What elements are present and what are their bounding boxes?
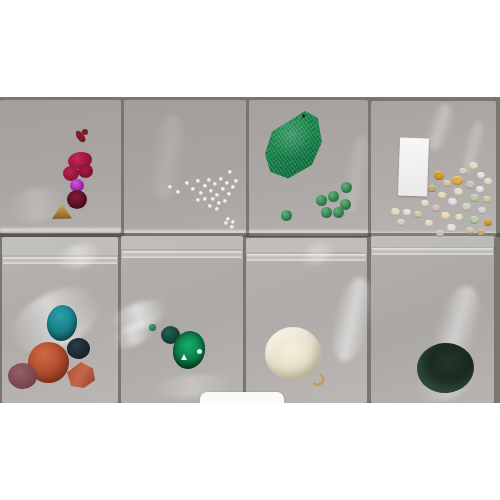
diamond-chip (213, 182, 217, 186)
opal-chip (425, 220, 433, 227)
jade-bead (316, 195, 327, 206)
diamond-chip (211, 197, 215, 201)
diamond-chip (209, 189, 213, 193)
diamond-chip (215, 193, 219, 197)
diamond-chip (231, 185, 235, 189)
opal-chip (484, 219, 492, 226)
diamond-chip (196, 198, 200, 202)
ruby-round-right (78, 164, 93, 178)
opal-chip (436, 230, 444, 237)
opal-chip (447, 224, 456, 232)
opal-chip (391, 208, 400, 216)
diamond-chip (207, 178, 211, 182)
opal-chip (466, 227, 474, 234)
opal-chip (448, 198, 457, 206)
jade-bead (321, 207, 332, 218)
opal-chip (462, 203, 471, 211)
opal-chip (414, 211, 422, 218)
jade-bead (333, 207, 344, 218)
page-background: { "scene": { "description": "Overhead ph… (0, 0, 500, 500)
opal-chip (466, 181, 475, 189)
opal-chip (459, 168, 467, 175)
opal-chip (421, 200, 429, 207)
diamond-chip (234, 179, 238, 183)
opal-chip (455, 214, 463, 221)
diamond-chip (225, 181, 229, 185)
ruby-rough-tip (82, 129, 88, 135)
opal-chip (478, 207, 486, 214)
bag6-zip-seal (122, 251, 242, 258)
diamond-chip (223, 199, 227, 203)
bag1-bottom-edge-highlight (0, 228, 121, 232)
bag-diamonds (124, 100, 246, 236)
jade-bead (341, 182, 352, 193)
bag8-zip-seal (372, 248, 493, 255)
opal-chip (443, 180, 451, 187)
opal-chip (470, 194, 479, 202)
emerald-facet-sparkle (197, 349, 202, 354)
paper-label (398, 138, 429, 197)
diamond-chip (215, 207, 219, 211)
moonstone-cabochon (265, 327, 321, 380)
opal-chip (477, 172, 485, 179)
opal-chip (438, 192, 446, 199)
diamond-chip (228, 170, 232, 174)
opal-chip (477, 229, 485, 236)
opal-chip (476, 186, 484, 193)
diamond-chip (203, 184, 207, 188)
opal-chip (434, 171, 444, 180)
opal-chip (470, 216, 479, 224)
diamond-chip (230, 225, 234, 229)
garnet-round (67, 190, 87, 209)
diamond-chip (221, 187, 225, 191)
bag6-flap-highlight (121, 236, 243, 249)
pendant-drill-hole (302, 114, 305, 118)
opal-chip (483, 196, 491, 203)
photo (0, 97, 500, 403)
opal-chip (452, 176, 463, 185)
jade-bead (281, 210, 292, 221)
diamond-chip (185, 181, 189, 185)
diamond-chip (176, 190, 180, 194)
opal-chip (484, 178, 492, 185)
opal-chip (428, 185, 436, 192)
bag8-flap-highlight (371, 236, 494, 247)
diamond-chip (196, 179, 200, 183)
diamond-chip (208, 204, 212, 208)
diamond-chip (217, 201, 221, 205)
diamond-chip (191, 187, 195, 191)
white-tag (200, 392, 284, 403)
diamond-chip (203, 197, 207, 201)
opal-chip (454, 188, 463, 196)
diamond-chip (168, 185, 172, 189)
diamond-chip (231, 220, 235, 224)
jade-bead (328, 191, 339, 202)
opal-chip (403, 209, 411, 216)
opal-chip (397, 219, 405, 226)
diamond-chip (219, 177, 223, 181)
opal-chip (441, 212, 450, 220)
opal-chip (469, 162, 478, 170)
opal-chip (432, 205, 440, 212)
diamond-chip (224, 221, 228, 225)
green-tiny-bead (149, 324, 156, 331)
diamond-chip (199, 191, 203, 195)
diamond-chip (227, 192, 231, 196)
